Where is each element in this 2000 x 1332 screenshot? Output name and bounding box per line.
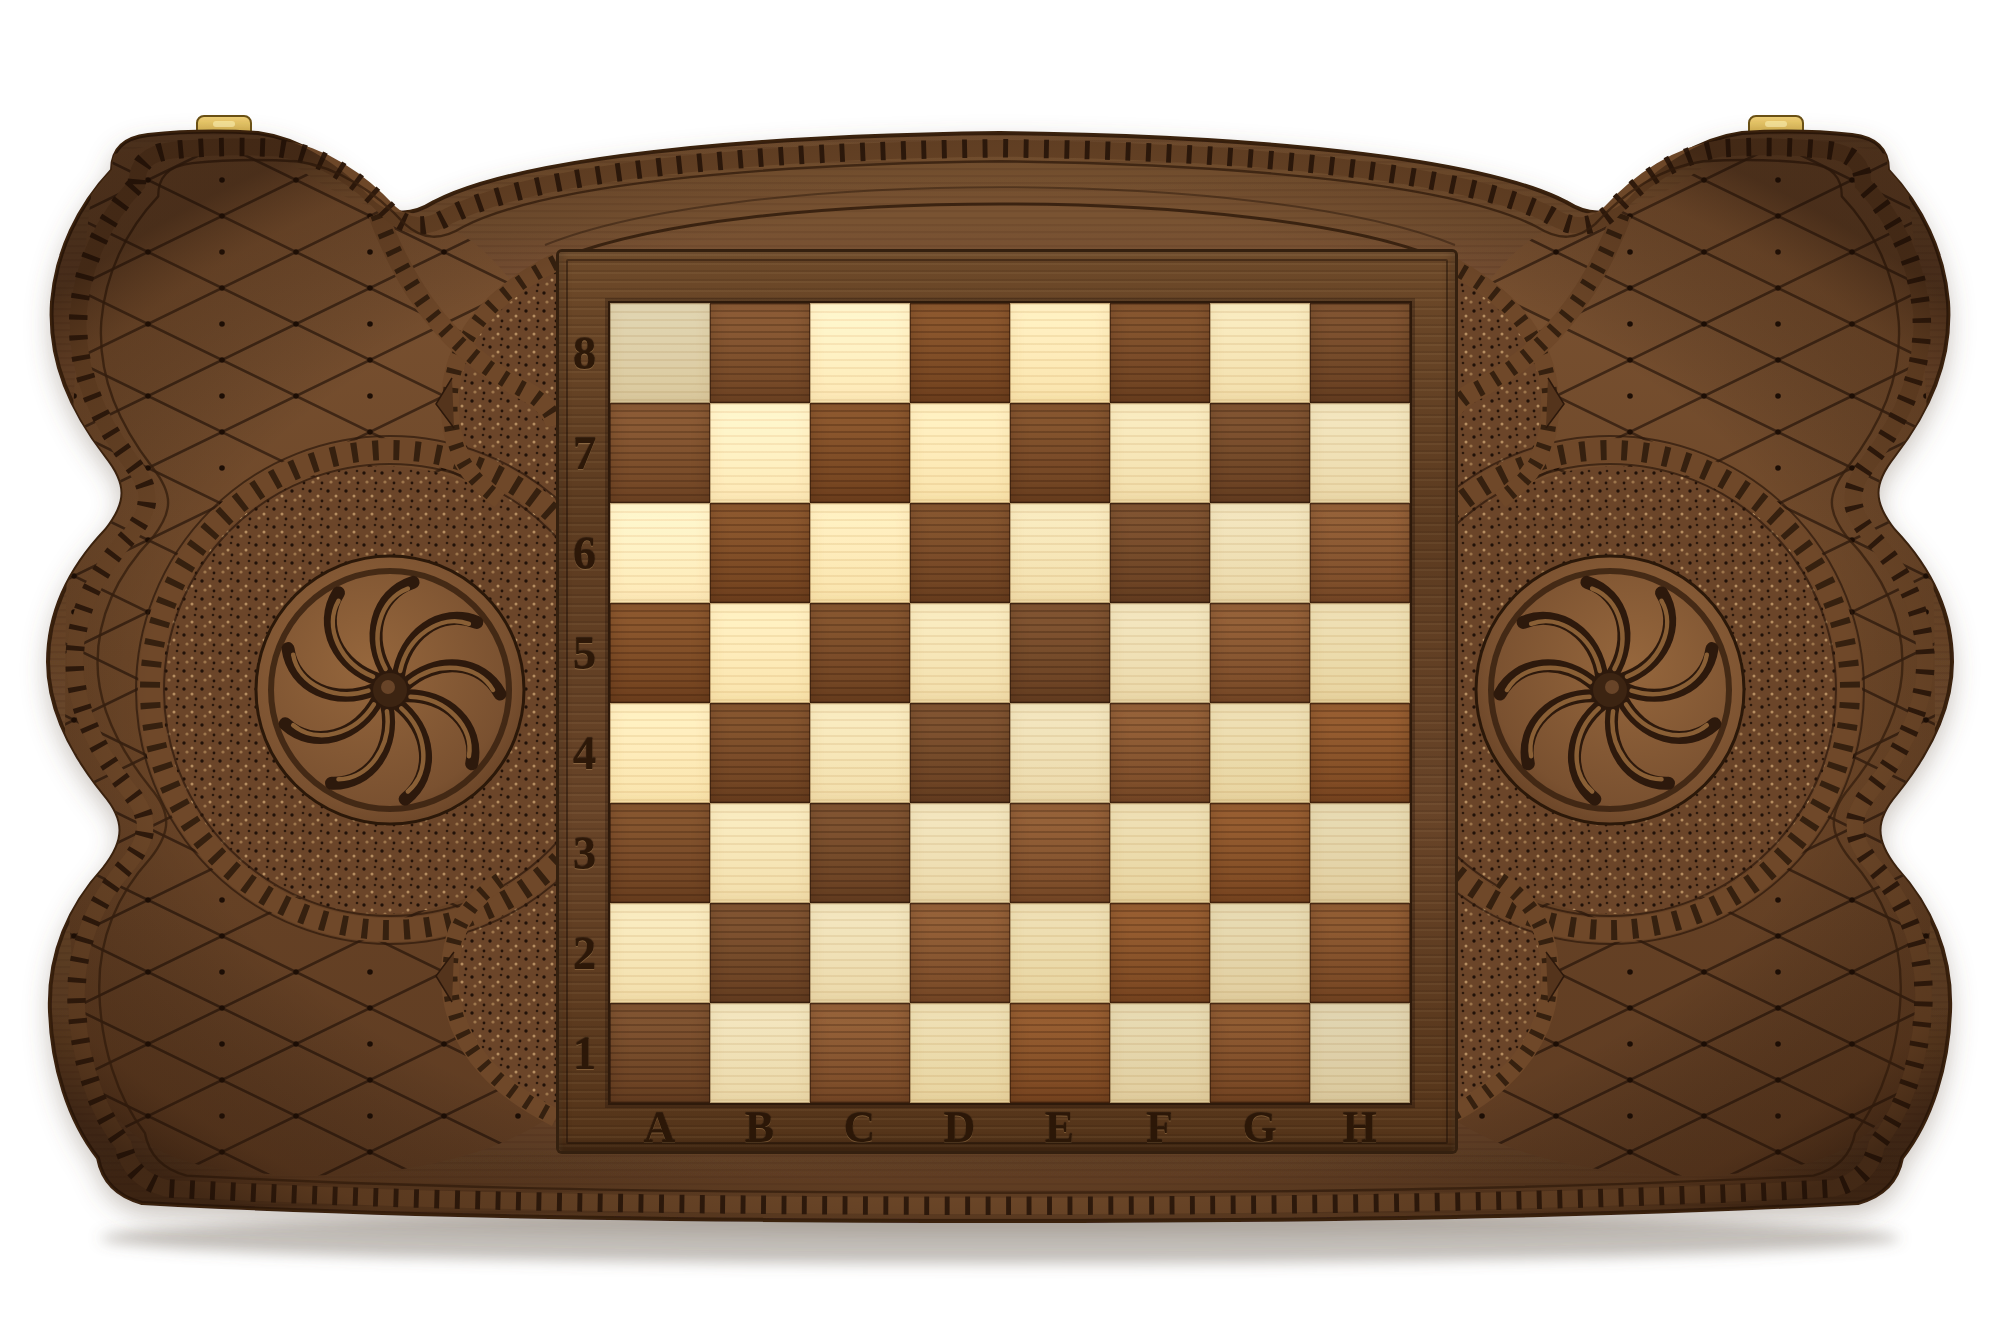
- square-a3[interactable]: [610, 803, 710, 903]
- square-g6[interactable]: [1210, 503, 1310, 603]
- square-a2[interactable]: [610, 903, 710, 1003]
- square-f6[interactable]: [1110, 503, 1210, 603]
- square-b8[interactable]: [710, 303, 810, 403]
- square-g2[interactable]: [1210, 903, 1310, 1003]
- square-c8[interactable]: [810, 303, 910, 403]
- rank-labels: 87654321: [559, 303, 610, 1103]
- rank-label-6: 6: [559, 503, 610, 603]
- square-e2[interactable]: [1010, 903, 1110, 1003]
- file-label-h: H: [1310, 1103, 1410, 1151]
- square-g1[interactable]: [1210, 1003, 1310, 1103]
- file-label-f: F: [1110, 1103, 1210, 1151]
- file-label-a: A: [610, 1103, 710, 1151]
- square-e8[interactable]: [1010, 303, 1110, 403]
- square-d7[interactable]: [910, 403, 1010, 503]
- square-f2[interactable]: [1110, 903, 1210, 1003]
- square-h2[interactable]: [1310, 903, 1410, 1003]
- square-e3[interactable]: [1010, 803, 1110, 903]
- square-f7[interactable]: [1110, 403, 1210, 503]
- square-c2[interactable]: [810, 903, 910, 1003]
- square-d8[interactable]: [910, 303, 1010, 403]
- square-h3[interactable]: [1310, 803, 1410, 903]
- square-c1[interactable]: [810, 1003, 910, 1103]
- rank-label-7: 7: [559, 403, 610, 503]
- square-e5[interactable]: [1010, 603, 1110, 703]
- square-b2[interactable]: [710, 903, 810, 1003]
- square-b4[interactable]: [710, 703, 810, 803]
- square-e6[interactable]: [1010, 503, 1110, 603]
- square-d6[interactable]: [910, 503, 1010, 603]
- square-h6[interactable]: [1310, 503, 1410, 603]
- square-f3[interactable]: [1110, 803, 1210, 903]
- file-label-d: D: [910, 1103, 1010, 1151]
- square-c4[interactable]: [810, 703, 910, 803]
- square-f4[interactable]: [1110, 703, 1210, 803]
- board-grid: [610, 303, 1410, 1103]
- rank-label-1: 1: [559, 1003, 610, 1103]
- square-b1[interactable]: [710, 1003, 810, 1103]
- square-f8[interactable]: [1110, 303, 1210, 403]
- square-a4[interactable]: [610, 703, 710, 803]
- square-h4[interactable]: [1310, 703, 1410, 803]
- square-g5[interactable]: [1210, 603, 1310, 703]
- square-a6[interactable]: [610, 503, 710, 603]
- rank-label-2: 2: [559, 903, 610, 1003]
- square-b3[interactable]: [710, 803, 810, 903]
- square-a1[interactable]: [610, 1003, 710, 1103]
- square-b5[interactable]: [710, 603, 810, 703]
- square-a7[interactable]: [610, 403, 710, 503]
- chess-frame: 87654321 ABCDEFGH: [559, 252, 1455, 1151]
- square-f1[interactable]: [1110, 1003, 1210, 1103]
- square-e7[interactable]: [1010, 403, 1110, 503]
- square-a5[interactable]: [610, 603, 710, 703]
- carved-chess-board-photo: 87654321 ABCDEFGH: [0, 0, 2000, 1332]
- square-g8[interactable]: [1210, 303, 1310, 403]
- square-g7[interactable]: [1210, 403, 1310, 503]
- square-c5[interactable]: [810, 603, 910, 703]
- rank-label-4: 4: [559, 703, 610, 803]
- square-c3[interactable]: [810, 803, 910, 903]
- rank-label-3: 3: [559, 803, 610, 903]
- square-g3[interactable]: [1210, 803, 1310, 903]
- square-c7[interactable]: [810, 403, 910, 503]
- square-g4[interactable]: [1210, 703, 1310, 803]
- square-a8[interactable]: [610, 303, 710, 403]
- square-d5[interactable]: [910, 603, 1010, 703]
- square-d2[interactable]: [910, 903, 1010, 1003]
- file-label-b: B: [710, 1103, 810, 1151]
- file-labels: ABCDEFGH: [610, 1103, 1410, 1151]
- square-h5[interactable]: [1310, 603, 1410, 703]
- file-label-e: E: [1010, 1103, 1110, 1151]
- square-f5[interactable]: [1110, 603, 1210, 703]
- square-h1[interactable]: [1310, 1003, 1410, 1103]
- square-h8[interactable]: [1310, 303, 1410, 403]
- square-e4[interactable]: [1010, 703, 1110, 803]
- square-d3[interactable]: [910, 803, 1010, 903]
- square-b7[interactable]: [710, 403, 810, 503]
- file-label-c: C: [810, 1103, 910, 1151]
- square-d1[interactable]: [910, 1003, 1010, 1103]
- square-e1[interactable]: [1010, 1003, 1110, 1103]
- square-b6[interactable]: [710, 503, 810, 603]
- square-c6[interactable]: [810, 503, 910, 603]
- file-label-g: G: [1210, 1103, 1310, 1151]
- rank-label-5: 5: [559, 603, 610, 703]
- square-h7[interactable]: [1310, 403, 1410, 503]
- rank-label-8: 8: [559, 303, 610, 403]
- square-d4[interactable]: [910, 703, 1010, 803]
